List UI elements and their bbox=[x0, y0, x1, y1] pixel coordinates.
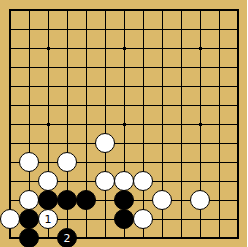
white-stone bbox=[57, 152, 77, 172]
go-board[interactable]: 12 bbox=[0, 0, 247, 247]
white-stone bbox=[38, 171, 58, 191]
white-stone bbox=[95, 171, 115, 191]
black-stone bbox=[57, 190, 77, 210]
white-stone bbox=[19, 190, 39, 210]
black-stone bbox=[76, 190, 96, 210]
white-stone: 1 bbox=[38, 209, 58, 229]
white-stone bbox=[114, 171, 134, 191]
white-stone bbox=[152, 190, 172, 210]
white-stone bbox=[190, 190, 210, 210]
go-board-diagram: 12 bbox=[0, 0, 247, 247]
move-number-label: 2 bbox=[64, 233, 71, 244]
black-stone bbox=[19, 228, 39, 247]
white-stone bbox=[95, 133, 115, 153]
white-stone bbox=[133, 171, 153, 191]
black-stone bbox=[38, 190, 58, 210]
stones-layer: 12 bbox=[1, 1, 248, 247]
black-stone bbox=[114, 190, 134, 210]
white-stone bbox=[0, 209, 20, 229]
move-number-label: 1 bbox=[45, 214, 52, 225]
black-stone bbox=[19, 209, 39, 229]
white-stone bbox=[133, 209, 153, 229]
black-stone: 2 bbox=[57, 228, 77, 247]
black-stone bbox=[114, 209, 134, 229]
white-stone bbox=[19, 152, 39, 172]
